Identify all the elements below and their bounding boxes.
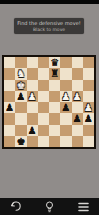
square-g3[interactable]: ♟	[72, 113, 83, 124]
square-f4[interactable]: ♟	[60, 102, 71, 113]
square-f6[interactable]	[60, 80, 71, 91]
square-g7[interactable]	[72, 68, 83, 79]
black-pawn-b5[interactable]: ♟	[16, 91, 25, 102]
square-a3[interactable]	[4, 113, 15, 124]
app-screen: Find the defensive move! Black to move ♛…	[0, 0, 99, 215]
square-d8[interactable]	[38, 57, 49, 68]
square-e6[interactable]	[49, 80, 60, 91]
square-g6[interactable]	[72, 80, 83, 91]
status-bar	[0, 0, 99, 4]
square-f1[interactable]	[60, 136, 71, 147]
square-h2[interactable]	[83, 125, 94, 136]
square-b8[interactable]	[15, 57, 26, 68]
square-a6[interactable]	[4, 80, 15, 91]
puzzle-instruction-banner: Find the defensive move! Black to move	[14, 18, 84, 34]
white-pawn-h4[interactable]: ♟	[84, 102, 93, 113]
square-d6[interactable]	[38, 80, 49, 91]
square-e7[interactable]: ♜	[49, 68, 60, 79]
black-pawn-a4[interactable]: ♟	[5, 102, 14, 113]
square-a4[interactable]: ♟	[4, 102, 15, 113]
square-f2[interactable]	[60, 125, 71, 136]
square-a7[interactable]	[4, 68, 15, 79]
square-g8[interactable]	[72, 57, 83, 68]
square-g5[interactable]: ♟	[72, 91, 83, 102]
square-d4[interactable]	[38, 102, 49, 113]
black-pawn-c2[interactable]: ♟	[28, 125, 37, 136]
square-c2[interactable]: ♟	[27, 125, 38, 136]
white-king-b6[interactable]: ♚	[16, 80, 25, 91]
square-a8[interactable]	[4, 57, 15, 68]
white-knight-b7[interactable]: ♞	[16, 68, 25, 79]
square-a1[interactable]	[4, 136, 15, 147]
black-pawn-g3[interactable]: ♟	[73, 113, 82, 124]
black-rook-e7[interactable]: ♜	[50, 68, 59, 79]
square-d7[interactable]	[38, 68, 49, 79]
square-f5[interactable]: ♟	[60, 91, 71, 102]
square-f7[interactable]	[60, 68, 71, 79]
menu-button[interactable]	[76, 200, 90, 214]
square-a5[interactable]	[4, 91, 15, 102]
square-e8[interactable]: ♛	[49, 57, 60, 68]
square-h4[interactable]: ♟	[83, 102, 94, 113]
square-d1[interactable]	[38, 136, 49, 147]
square-c8[interactable]	[27, 57, 38, 68]
square-f8[interactable]	[60, 57, 71, 68]
undo-icon	[10, 201, 22, 212]
square-h3[interactable]: ♟	[83, 113, 94, 124]
square-h5[interactable]	[83, 91, 94, 102]
puzzle-instruction-text: Find the defensive move!	[17, 21, 80, 26]
square-b6[interactable]: ♚	[15, 80, 26, 91]
square-c5[interactable]: ♟	[27, 91, 38, 102]
square-e1[interactable]	[49, 136, 60, 147]
hamburger-menu-icon	[78, 202, 89, 212]
square-b7[interactable]: ♞	[15, 68, 26, 79]
square-b3[interactable]	[15, 113, 26, 124]
undo-button[interactable]	[9, 200, 23, 214]
square-h7[interactable]	[83, 68, 94, 79]
square-d2[interactable]	[38, 125, 49, 136]
square-h1[interactable]	[83, 136, 94, 147]
chess-board-frame: ♛♞♜♚♟♟♟♟♟♟♟♟♟♟♚	[2, 55, 96, 149]
square-c3[interactable]	[27, 113, 38, 124]
white-pawn-c5[interactable]: ♟	[28, 91, 37, 102]
square-e2[interactable]	[49, 125, 60, 136]
black-queen-e8[interactable]: ♛	[50, 57, 59, 68]
side-to-move-text: Black to move	[33, 27, 65, 32]
black-pawn-h3[interactable]: ♟	[84, 113, 93, 124]
square-f3[interactable]	[60, 113, 71, 124]
square-c1[interactable]	[27, 136, 38, 147]
square-c6[interactable]	[27, 80, 38, 91]
square-h6[interactable]	[83, 80, 94, 91]
square-b4[interactable]	[15, 102, 26, 113]
square-e4[interactable]	[49, 102, 60, 113]
square-h8[interactable]	[83, 57, 94, 68]
white-pawn-g5[interactable]: ♟	[73, 91, 82, 102]
square-c4[interactable]	[27, 102, 38, 113]
square-a2[interactable]	[4, 125, 15, 136]
square-e5[interactable]	[49, 91, 60, 102]
square-b1[interactable]: ♚	[15, 136, 26, 147]
chess-board: ♛♞♜♚♟♟♟♟♟♟♟♟♟♟♚	[4, 57, 94, 147]
square-g4[interactable]	[72, 102, 83, 113]
hint-lightbulb-icon	[45, 201, 54, 213]
square-g1[interactable]	[72, 136, 83, 147]
black-pawn-f4[interactable]: ♟	[61, 102, 70, 113]
square-e3[interactable]	[49, 113, 60, 124]
square-b2[interactable]	[15, 125, 26, 136]
square-g2[interactable]	[72, 125, 83, 136]
square-d5[interactable]	[38, 91, 49, 102]
white-pawn-f5[interactable]: ♟	[61, 91, 70, 102]
square-d3[interactable]	[38, 113, 49, 124]
hint-button[interactable]	[43, 200, 57, 214]
square-b5[interactable]: ♟	[15, 91, 26, 102]
bottom-toolbar	[0, 198, 99, 215]
black-king-b1[interactable]: ♚	[16, 136, 25, 147]
square-c7[interactable]	[27, 68, 38, 79]
